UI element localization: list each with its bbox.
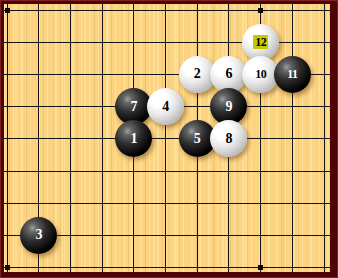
go-diagram: 122610117491583 bbox=[0, 0, 338, 278]
star-point bbox=[258, 8, 263, 13]
stone-3-black: 3 bbox=[20, 217, 57, 254]
stone-number: 1 bbox=[130, 132, 137, 146]
stone-number: 7 bbox=[130, 100, 137, 114]
stone-number: 5 bbox=[194, 132, 201, 146]
grid-line-horizontal bbox=[4, 171, 330, 172]
board-surface[interactable]: 122610117491583 bbox=[4, 4, 330, 272]
grid-line-horizontal bbox=[4, 203, 330, 204]
grid-line-horizontal bbox=[4, 267, 330, 268]
stone-number: 12 bbox=[255, 36, 266, 48]
stone-4-white: 4 bbox=[147, 88, 184, 125]
grid-line-horizontal bbox=[4, 138, 330, 139]
stone-1-black: 1 bbox=[115, 120, 152, 157]
stone-number: 8 bbox=[225, 132, 232, 146]
last-move-highlight: 12 bbox=[253, 35, 268, 49]
stone-number: 9 bbox=[225, 100, 232, 114]
star-point bbox=[5, 8, 10, 13]
stone-number: 6 bbox=[225, 67, 232, 81]
stone-number: 4 bbox=[162, 100, 169, 114]
grid-line-horizontal bbox=[4, 42, 330, 43]
star-point bbox=[258, 265, 263, 270]
stone-number: 11 bbox=[287, 68, 297, 80]
stone-number: 10 bbox=[255, 68, 266, 80]
star-point bbox=[5, 265, 10, 270]
stone-number: 3 bbox=[35, 228, 42, 242]
stone-8-white: 8 bbox=[210, 120, 247, 157]
grid-line-horizontal bbox=[4, 10, 330, 11]
stone-number: 2 bbox=[194, 67, 201, 81]
stone-11-black: 11 bbox=[274, 56, 311, 93]
